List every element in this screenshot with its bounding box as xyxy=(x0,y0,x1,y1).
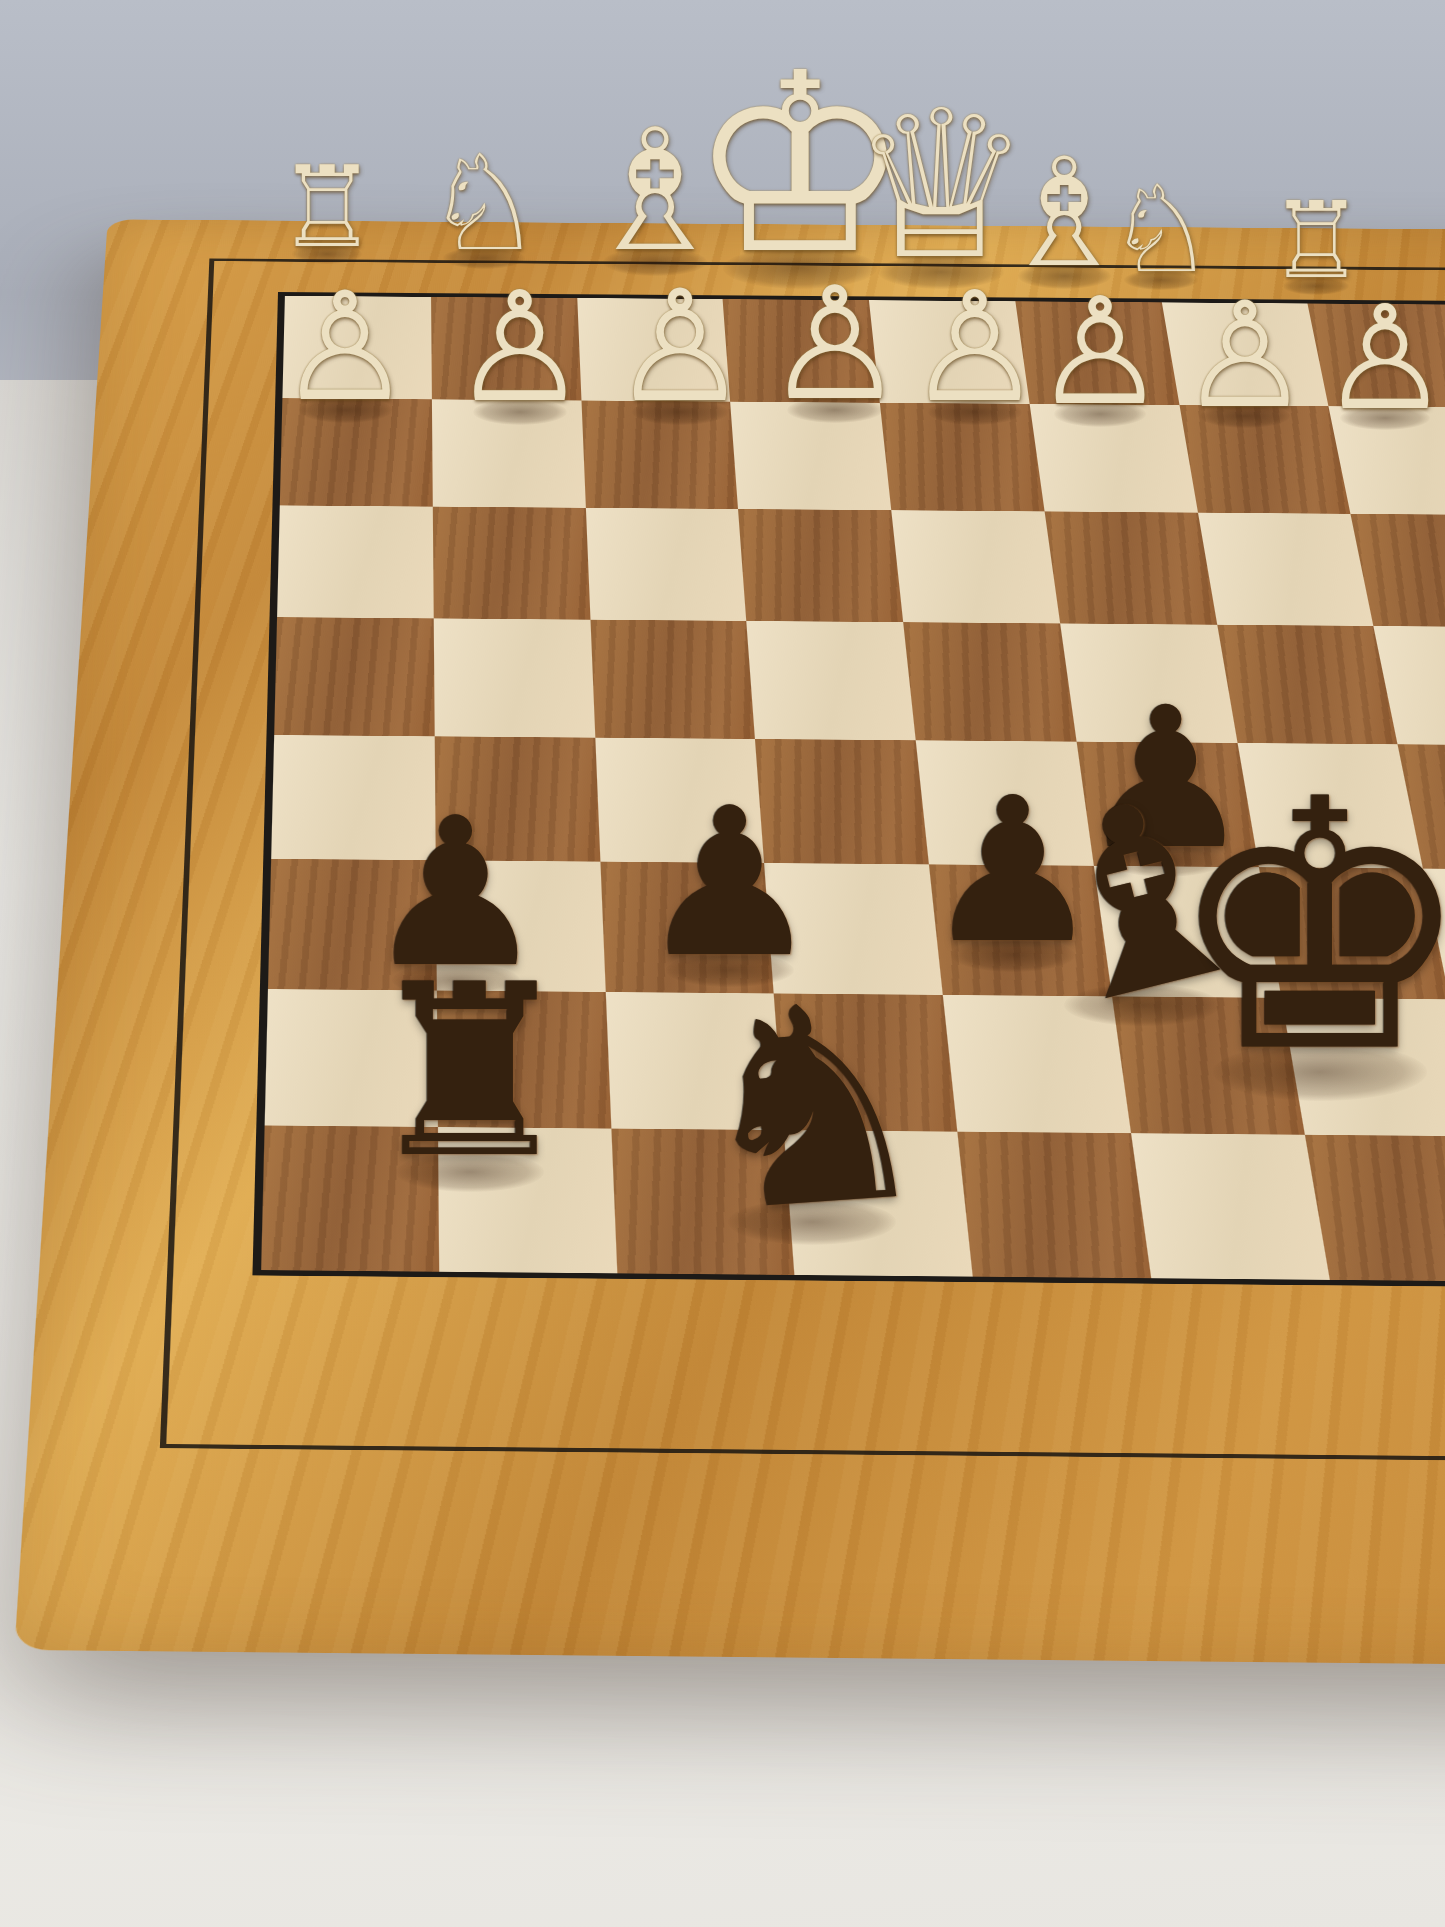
pieces-layer: ♖♘♗♔♕♗♘♖♙♙♙♙♙♙♙♙♟♟♟♟♝♚♜♞ xyxy=(0,0,1445,1927)
white-pawn-e2[interactable]: ♙ xyxy=(765,266,905,422)
black-rook-h8[interactable]: ♜ xyxy=(363,953,576,1191)
white-pawn-d2[interactable]: ♙ xyxy=(907,272,1043,424)
white-pawn-f2[interactable]: ♙ xyxy=(611,270,749,424)
white-pawn-a2[interactable]: ♙ xyxy=(1320,286,1445,430)
white-rook-frame-h[interactable]: ♖ xyxy=(277,151,377,263)
white-knight-frame-g[interactable]: ♘ xyxy=(425,137,543,269)
black-king-b8[interactable]: ♚ xyxy=(1165,755,1445,1100)
black-knight-e8[interactable]: ♞ xyxy=(681,964,943,1252)
white-pawn-b2[interactable]: ♙ xyxy=(1180,282,1311,428)
white-pawn-g2[interactable]: ♙ xyxy=(452,272,588,424)
photo-scene: ♖♘♗♔♕♗♘♖♙♙♙♙♙♙♙♙♟♟♟♟♝♚♜♞ xyxy=(0,0,1445,1927)
white-pawn-h2[interactable]: ♙ xyxy=(278,272,412,422)
white-pawn-c2[interactable]: ♙ xyxy=(1034,278,1167,426)
